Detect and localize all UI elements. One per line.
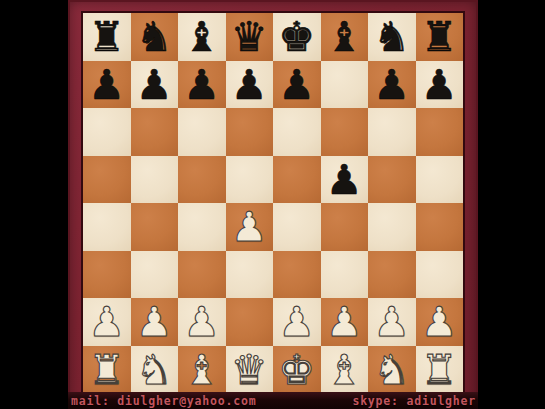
square-a3[interactable] [83,251,131,299]
square-e2[interactable]: ♟ [273,298,321,346]
square-h5[interactable] [416,156,464,204]
black-queen: ♛ [231,14,268,61]
square-f3[interactable] [321,251,369,299]
square-d4[interactable]: ♟ [226,203,274,251]
square-d3[interactable] [226,251,274,299]
square-b6[interactable] [131,108,179,156]
black-pawn: ♟ [326,157,363,204]
square-c8[interactable]: ♝ [178,13,226,61]
white-knight: ♞ [136,347,173,394]
square-d6[interactable] [226,108,274,156]
square-h6[interactable] [416,108,464,156]
square-a1[interactable]: ♜ [83,346,131,394]
white-queen: ♛ [231,347,268,394]
black-knight: ♞ [373,14,410,61]
square-a2[interactable]: ♟ [83,298,131,346]
square-a5[interactable] [83,156,131,204]
square-h8[interactable]: ♜ [416,13,464,61]
white-pawn: ♟ [373,299,410,346]
square-f5[interactable]: ♟ [321,156,369,204]
white-pawn: ♟ [183,299,220,346]
square-g7[interactable]: ♟ [368,61,416,109]
black-knight: ♞ [136,14,173,61]
white-knight: ♞ [373,347,410,394]
square-g8[interactable]: ♞ [368,13,416,61]
square-g1[interactable]: ♞ [368,346,416,394]
mail-text: mail: diulgher@yahoo.com [71,394,256,408]
square-g2[interactable]: ♟ [368,298,416,346]
square-g3[interactable] [368,251,416,299]
square-c7[interactable]: ♟ [178,61,226,109]
square-g5[interactable] [368,156,416,204]
square-b1[interactable]: ♞ [131,346,179,394]
square-c5[interactable] [178,156,226,204]
square-e8[interactable]: ♚ [273,13,321,61]
white-pawn: ♟ [136,299,173,346]
white-king: ♚ [278,347,315,394]
square-d1[interactable]: ♛ [226,346,274,394]
white-pawn: ♟ [231,204,268,251]
skype-text: skype: adiulgher [352,394,476,408]
white-pawn: ♟ [278,299,315,346]
black-bishop: ♝ [326,14,363,61]
square-b5[interactable] [131,156,179,204]
white-bishop: ♝ [326,347,363,394]
square-b8[interactable]: ♞ [131,13,179,61]
square-b4[interactable] [131,203,179,251]
white-pawn: ♟ [421,299,458,346]
square-e1[interactable]: ♚ [273,346,321,394]
black-pawn: ♟ [231,62,268,109]
black-bishop: ♝ [183,14,220,61]
square-b3[interactable] [131,251,179,299]
white-pawn: ♟ [88,299,125,346]
white-rook: ♜ [421,347,458,394]
black-rook: ♜ [88,14,125,61]
square-c1[interactable]: ♝ [178,346,226,394]
white-bishop: ♝ [183,347,220,394]
square-a4[interactable] [83,203,131,251]
black-pawn: ♟ [421,62,458,109]
square-f2[interactable]: ♟ [321,298,369,346]
square-h1[interactable]: ♜ [416,346,464,394]
square-c4[interactable] [178,203,226,251]
square-e5[interactable] [273,156,321,204]
square-e7[interactable]: ♟ [273,61,321,109]
square-g4[interactable] [368,203,416,251]
square-c3[interactable] [178,251,226,299]
black-pawn: ♟ [183,62,220,109]
square-e6[interactable] [273,108,321,156]
square-f8[interactable]: ♝ [321,13,369,61]
square-h3[interactable] [416,251,464,299]
square-h4[interactable] [416,203,464,251]
square-h2[interactable]: ♟ [416,298,464,346]
square-f1[interactable]: ♝ [321,346,369,394]
black-king: ♚ [278,14,315,61]
square-d7[interactable]: ♟ [226,61,274,109]
black-pawn: ♟ [278,62,315,109]
video-frame: ♜♞♝♛♚♝♞♜♟♟♟♟♟♟♟♟♟♟♟♟♟♟♟♟♜♞♝♛♚♝♞♜ mail: d… [0,0,545,409]
black-pawn: ♟ [136,62,173,109]
square-h7[interactable]: ♟ [416,61,464,109]
square-b7[interactable]: ♟ [131,61,179,109]
square-g6[interactable] [368,108,416,156]
white-pawn: ♟ [326,299,363,346]
black-rook: ♜ [421,14,458,61]
square-f6[interactable] [321,108,369,156]
black-pawn: ♟ [88,62,125,109]
square-d5[interactable] [226,156,274,204]
contact-footer: mail: diulgher@yahoo.com skype: adiulghe… [68,392,478,409]
square-a7[interactable]: ♟ [83,61,131,109]
square-f7[interactable] [321,61,369,109]
white-rook: ♜ [88,347,125,394]
square-e4[interactable] [273,203,321,251]
square-c6[interactable] [178,108,226,156]
square-b2[interactable]: ♟ [131,298,179,346]
square-e3[interactable] [273,251,321,299]
chess-board: ♜♞♝♛♚♝♞♜♟♟♟♟♟♟♟♟♟♟♟♟♟♟♟♟♜♞♝♛♚♝♞♜ [83,13,463,393]
square-f4[interactable] [321,203,369,251]
black-pawn: ♟ [373,62,410,109]
square-a8[interactable]: ♜ [83,13,131,61]
square-c2[interactable]: ♟ [178,298,226,346]
square-a6[interactable] [83,108,131,156]
square-d2[interactable] [226,298,274,346]
square-d8[interactable]: ♛ [226,13,274,61]
